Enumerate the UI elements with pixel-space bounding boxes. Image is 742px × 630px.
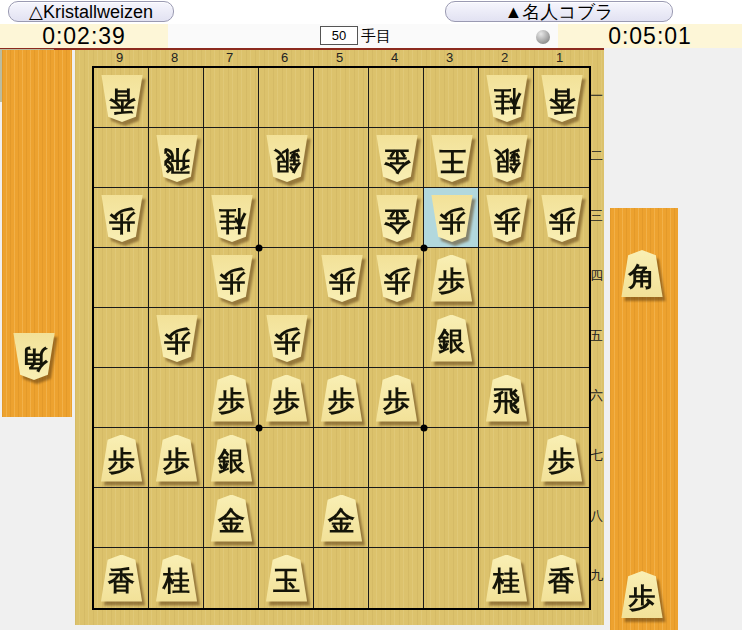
- shogi-piece-歩-sente[interactable]: 歩: [431, 255, 473, 302]
- file-label-5: 5: [312, 50, 367, 66]
- square-96[interactable]: [94, 368, 149, 428]
- square-28[interactable]: [479, 488, 534, 548]
- clock-row: 0:02:39 50 手目 0:05:01: [0, 24, 742, 48]
- piece-glyph: 歩: [156, 435, 198, 482]
- square-86[interactable]: [149, 368, 204, 428]
- file-label-1: 1: [532, 50, 587, 66]
- piece-glyph: 金: [211, 495, 253, 542]
- square-75[interactable]: [204, 308, 259, 368]
- shogi-piece-玉-sente[interactable]: 玉: [266, 555, 308, 602]
- shogi-piece-王-gote[interactable]: 王: [431, 135, 473, 182]
- square-59[interactable]: [314, 548, 369, 608]
- piece-glyph: 歩: [431, 255, 473, 302]
- gote-hand-tray: 角: [2, 50, 72, 417]
- piece-glyph: 歩: [431, 195, 473, 242]
- piece-glyph: 歩: [211, 375, 253, 422]
- piece-glyph: 香: [541, 555, 583, 602]
- square-15[interactable]: [534, 308, 589, 368]
- square-53[interactable]: [314, 188, 369, 248]
- square-71[interactable]: [204, 68, 259, 128]
- rank-label-1: 一: [589, 66, 604, 126]
- piece-glyph: 香: [541, 75, 583, 122]
- square-49[interactable]: [369, 548, 424, 608]
- piece-glyph: 王: [431, 135, 473, 182]
- rank-label-3: 三: [589, 186, 604, 246]
- square-25[interactable]: [479, 308, 534, 368]
- square-52[interactable]: [314, 128, 369, 188]
- shogi-piece-飛-gote[interactable]: 飛: [156, 135, 198, 182]
- piece-glyph: 歩: [266, 375, 308, 422]
- shogi-piece-歩-sente[interactable]: 歩: [621, 571, 663, 618]
- square-95[interactable]: [94, 308, 149, 368]
- square-68[interactable]: [259, 488, 314, 548]
- move-number-label: 手目: [361, 27, 391, 46]
- piece-glyph: 桂: [211, 195, 253, 242]
- piece-glyph: 銀: [266, 135, 308, 182]
- file-label-9: 9: [92, 50, 147, 66]
- file-label-4: 4: [367, 50, 422, 66]
- sente-hand-tray: 角歩: [610, 208, 678, 630]
- file-label-6: 6: [257, 50, 312, 66]
- shogi-piece-歩-sente[interactable]: 歩: [541, 435, 583, 482]
- piece-glyph: 歩: [376, 375, 418, 422]
- square-38[interactable]: [424, 488, 479, 548]
- rank-label-4: 四: [589, 246, 604, 306]
- rank-label-5: 五: [589, 306, 604, 366]
- square-27[interactable]: [479, 428, 534, 488]
- shogi-piece-金-sente[interactable]: 金: [211, 495, 253, 542]
- shogi-piece-桂-sente[interactable]: 桂: [156, 555, 198, 602]
- piece-glyph: 金: [376, 195, 418, 242]
- move-number-input[interactable]: 50: [320, 26, 358, 45]
- sente-player-button[interactable]: ▲名人コブラ: [445, 1, 673, 22]
- square-45[interactable]: [369, 308, 424, 368]
- gote-player-button[interactable]: △Kristallweizen: [8, 1, 174, 22]
- shogi-piece-歩-gote[interactable]: 歩: [541, 195, 583, 242]
- shogi-piece-歩-gote[interactable]: 歩: [321, 255, 363, 302]
- piece-glyph: 香: [101, 555, 143, 602]
- square-36[interactable]: [424, 368, 479, 428]
- shogi-piece-歩-sente[interactable]: 歩: [376, 375, 418, 422]
- rank-label-8: 八: [589, 486, 604, 546]
- shogi-piece-桂-gote[interactable]: 桂: [211, 195, 253, 242]
- piece-glyph: 香: [101, 75, 143, 122]
- square-79[interactable]: [204, 548, 259, 608]
- piece-glyph: 飛: [156, 135, 198, 182]
- piece-glyph: 金: [376, 135, 418, 182]
- rank-coordinates: 一二三四五六七八九: [589, 66, 604, 606]
- shogi-piece-角-sente[interactable]: 角: [621, 250, 663, 297]
- shogi-piece-銀-gote[interactable]: 銀: [266, 135, 308, 182]
- star-point: [256, 425, 263, 432]
- gote-clock: 0:02:39: [0, 24, 168, 48]
- shogi-piece-香-sente[interactable]: 香: [541, 555, 583, 602]
- rank-label-7: 七: [589, 426, 604, 486]
- square-84[interactable]: [149, 248, 204, 308]
- piece-glyph: 歩: [211, 255, 253, 302]
- piece-glyph: 歩: [541, 435, 583, 482]
- square-16[interactable]: [534, 368, 589, 428]
- shogi-piece-香-sente[interactable]: 香: [101, 555, 143, 602]
- piece-glyph: 角: [13, 333, 55, 380]
- square-94[interactable]: [94, 248, 149, 308]
- piece-glyph: 桂: [156, 555, 198, 602]
- square-81[interactable]: [149, 68, 204, 128]
- square-18[interactable]: [534, 488, 589, 548]
- piece-glyph: 歩: [486, 195, 528, 242]
- shogi-piece-角-gote[interactable]: 角: [13, 333, 55, 380]
- piece-glyph: 角: [621, 250, 663, 297]
- rank-label-9: 九: [589, 546, 604, 606]
- piece-glyph: 歩: [101, 435, 143, 482]
- shogi-piece-香-gote[interactable]: 香: [541, 75, 583, 122]
- sente-clock: 0:05:01: [558, 24, 742, 48]
- square-83[interactable]: [149, 188, 204, 248]
- square-98[interactable]: [94, 488, 149, 548]
- square-61[interactable]: [259, 68, 314, 128]
- rank-label-6: 六: [589, 366, 604, 426]
- shogi-piece-歩-gote[interactable]: 歩: [486, 195, 528, 242]
- shogi-piece-金-sente[interactable]: 金: [321, 495, 363, 542]
- square-39[interactable]: [424, 548, 479, 608]
- shogi-piece-歩-sente[interactable]: 歩: [211, 375, 253, 422]
- square-92[interactable]: [94, 128, 149, 188]
- piece-glyph: 桂: [486, 555, 528, 602]
- turn-indicator-orb: [536, 30, 550, 44]
- star-point: [256, 245, 263, 252]
- shogi-piece-歩-sente[interactable]: 歩: [321, 375, 363, 422]
- piece-glyph: 歩: [621, 571, 663, 618]
- shogi-app: △Kristallweizen ▲名人コブラ 0:02:39 50 手目 0:0…: [0, 0, 742, 630]
- square-47[interactable]: [369, 428, 424, 488]
- shogi-piece-銀-gote[interactable]: 銀: [486, 135, 528, 182]
- file-label-3: 3: [422, 50, 477, 66]
- piece-glyph: 銀: [431, 315, 473, 362]
- piece-glyph: 銀: [486, 135, 528, 182]
- top-bar: △Kristallweizen ▲名人コブラ: [0, 0, 742, 24]
- square-31[interactable]: [424, 68, 479, 128]
- file-label-8: 8: [147, 50, 202, 66]
- file-coordinates: 987654321: [92, 50, 587, 66]
- square-72[interactable]: [204, 128, 259, 188]
- square-12[interactable]: [534, 128, 589, 188]
- piece-glyph: 歩: [321, 255, 363, 302]
- piece-glyph: 歩: [376, 255, 418, 302]
- piece-glyph: 玉: [266, 555, 308, 602]
- shogi-piece-歩-gote[interactable]: 歩: [376, 255, 418, 302]
- square-51[interactable]: [314, 68, 369, 128]
- shogi-piece-桂-gote[interactable]: 桂: [486, 75, 528, 122]
- rank-label-2: 二: [589, 126, 604, 186]
- square-88[interactable]: [149, 488, 204, 548]
- shogi-piece-歩-gote[interactable]: 歩: [156, 315, 198, 362]
- square-24[interactable]: [479, 248, 534, 308]
- piece-glyph: 歩: [541, 195, 583, 242]
- shogi-piece-歩-sente[interactable]: 歩: [101, 435, 143, 482]
- shogi-piece-歩-gote[interactable]: 歩: [101, 195, 143, 242]
- square-37[interactable]: [424, 428, 479, 488]
- shogi-piece-歩-sente[interactable]: 歩: [266, 375, 308, 422]
- square-64[interactable]: [259, 248, 314, 308]
- shogi-piece-銀-sente[interactable]: 銀: [431, 315, 473, 362]
- star-point: [421, 425, 428, 432]
- piece-glyph: 歩: [101, 195, 143, 242]
- shogi-piece-飛-sente[interactable]: 飛: [486, 375, 528, 422]
- square-55[interactable]: [314, 308, 369, 368]
- piece-glyph: 飛: [486, 375, 528, 422]
- shogi-piece-歩-gote[interactable]: 歩: [431, 195, 473, 242]
- piece-glyph: 歩: [266, 315, 308, 362]
- shogi-piece-歩-gote[interactable]: 歩: [266, 315, 308, 362]
- file-label-7: 7: [202, 50, 257, 66]
- square-48[interactable]: [369, 488, 424, 548]
- square-63[interactable]: [259, 188, 314, 248]
- shogi-piece-香-gote[interactable]: 香: [101, 75, 143, 122]
- square-41[interactable]: [369, 68, 424, 128]
- shogi-piece-歩-gote[interactable]: 歩: [211, 255, 253, 302]
- piece-glyph: 金: [321, 495, 363, 542]
- piece-glyph: 桂: [486, 75, 528, 122]
- square-14[interactable]: [534, 248, 589, 308]
- piece-glyph: 銀: [211, 435, 253, 482]
- piece-glyph: 歩: [156, 315, 198, 362]
- shogi-piece-金-gote[interactable]: 金: [376, 195, 418, 242]
- shogi-piece-桂-sente[interactable]: 桂: [486, 555, 528, 602]
- board-grid: 香桂香飛銀金王銀歩桂金歩歩歩歩歩歩歩歩歩銀歩歩歩歩飛歩歩銀歩金金香桂玉桂香: [92, 66, 591, 610]
- shogi-piece-金-gote[interactable]: 金: [376, 135, 418, 182]
- star-point: [421, 245, 428, 252]
- shogi-piece-歩-sente[interactable]: 歩: [156, 435, 198, 482]
- square-57[interactable]: [314, 428, 369, 488]
- piece-glyph: 歩: [321, 375, 363, 422]
- square-67[interactable]: [259, 428, 314, 488]
- file-label-2: 2: [477, 50, 532, 66]
- shogi-piece-銀-sente[interactable]: 銀: [211, 435, 253, 482]
